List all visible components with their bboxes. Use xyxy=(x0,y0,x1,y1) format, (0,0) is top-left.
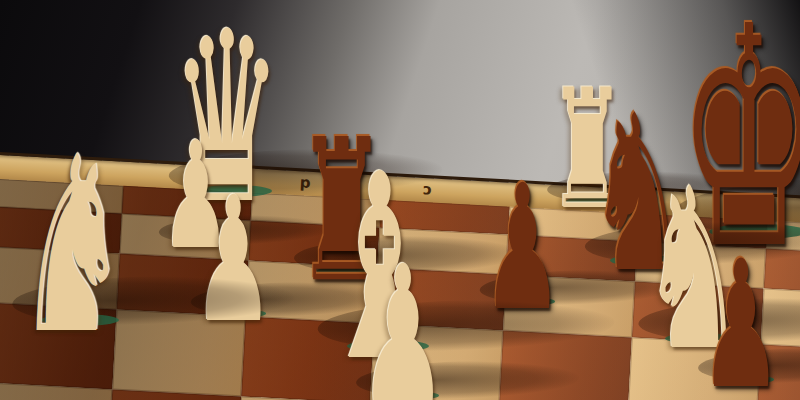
black-pawn-a5[interactable]: ♟ xyxy=(653,238,800,400)
white-pawn-c4[interactable]: ♟ xyxy=(307,241,499,400)
chess-photo-scene: d c ♞ ♛ ♟ ♟ ♜ ♝ ♟ ♟ ♜ ♞ ♞ ♟ ♚ xyxy=(0,0,800,400)
white-knight-e5[interactable]: ♞ xyxy=(0,124,194,367)
